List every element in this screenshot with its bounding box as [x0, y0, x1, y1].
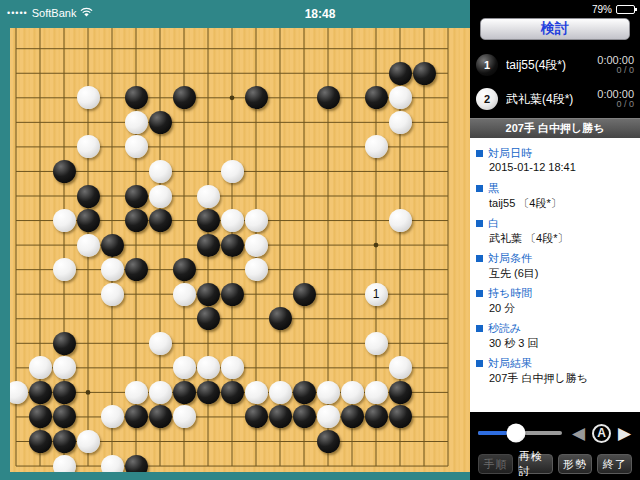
stone-black[interactable] — [389, 381, 412, 404]
stone-white[interactable] — [149, 160, 172, 183]
stone-white[interactable] — [389, 86, 412, 109]
stone-white[interactable] — [389, 356, 412, 379]
stone-white[interactable] — [53, 356, 76, 379]
stone-white[interactable] — [125, 381, 148, 404]
stone-black[interactable] — [245, 86, 268, 109]
black-stone-icon: 1 — [476, 54, 498, 76]
stone-black[interactable] — [125, 258, 148, 281]
stone-black[interactable] — [77, 209, 100, 232]
bullet-icon — [476, 150, 483, 157]
stone-white[interactable] — [101, 283, 124, 306]
app-screen: 1 ••••• SoftBank 18:48 79% — [0, 0, 640, 480]
stone-white[interactable] — [245, 234, 268, 257]
stone-white[interactable] — [29, 356, 52, 379]
stone-white[interactable] — [53, 258, 76, 281]
stone-black[interactable] — [125, 405, 148, 428]
stone-black[interactable] — [101, 234, 124, 257]
stone-white[interactable] — [365, 381, 388, 404]
white-stone-icon: 2 — [476, 88, 498, 110]
stone-black[interactable] — [269, 405, 292, 428]
stone-black[interactable] — [149, 405, 172, 428]
bullet-icon — [476, 325, 483, 332]
move-order-button[interactable]: 手順 — [478, 454, 513, 474]
auto-play-icon[interactable]: A — [592, 424, 611, 443]
stone-black[interactable] — [293, 381, 316, 404]
stone-black[interactable] — [293, 283, 316, 306]
stone-white[interactable] — [269, 381, 292, 404]
clock-time: 18:48 — [305, 7, 336, 21]
signal-strength-icon: ••••• — [7, 8, 28, 18]
player-periods: 0 / 0 — [597, 66, 634, 76]
stone-black[interactable] — [317, 86, 340, 109]
info-item-byoyomi: 秒読み 30 秒 3 回 — [476, 320, 634, 352]
stone-black[interactable] — [197, 234, 220, 257]
stone-black[interactable] — [197, 209, 220, 232]
go-board[interactable]: 1 — [10, 28, 470, 472]
stone-black[interactable] — [77, 185, 100, 208]
stone-white[interactable] — [341, 381, 364, 404]
stone-black[interactable] — [53, 332, 76, 355]
stone-white[interactable] — [125, 111, 148, 134]
player-name: 武礼葉(4段*) — [506, 91, 597, 108]
stone-white[interactable] — [221, 209, 244, 232]
info-item-white: 白 武礼葉 〔4段*〕 — [476, 215, 634, 247]
game-info-list: 対局日時 2015-01-12 18:41 黒 taij55 〔4段*〕 白 武… — [470, 138, 640, 412]
stone-black[interactable] — [125, 455, 148, 472]
stone-black[interactable] — [197, 283, 220, 306]
position-eval-button[interactable]: 形勢 — [558, 454, 593, 474]
wifi-icon — [80, 7, 93, 19]
stone-black[interactable] — [197, 307, 220, 330]
stone-white[interactable] — [173, 283, 196, 306]
stone-black[interactable] — [125, 209, 148, 232]
slider-thumb[interactable] — [506, 424, 525, 443]
stone-white[interactable] — [245, 209, 268, 232]
stone-black[interactable] — [29, 381, 52, 404]
bullet-icon — [476, 360, 483, 367]
stone-white[interactable] — [77, 86, 100, 109]
stone-black[interactable] — [29, 430, 52, 453]
board-region: 1 ••••• SoftBank 18:48 — [0, 0, 470, 480]
stone-black[interactable] — [245, 405, 268, 428]
stone-white[interactable] — [389, 111, 412, 134]
stone-black[interactable] — [221, 283, 244, 306]
status-bar: ••••• SoftBank 18:48 — [0, 0, 470, 28]
stone-white[interactable] — [221, 160, 244, 183]
stone-white[interactable] — [77, 135, 100, 158]
stone-black[interactable] — [269, 307, 292, 330]
stone-white[interactable] — [149, 381, 172, 404]
stone-black[interactable] — [293, 405, 316, 428]
stone-black[interactable] — [173, 258, 196, 281]
info-item-main-time: 持ち時間 20 分 — [476, 285, 634, 317]
stone-white[interactable] — [149, 332, 172, 355]
panel-status-bar: 79% — [470, 0, 640, 16]
stone-white[interactable] — [53, 209, 76, 232]
stone-black[interactable] — [53, 381, 76, 404]
stone-white[interactable] — [245, 258, 268, 281]
game-result-header: 207手 白中押し勝ち — [470, 118, 640, 138]
stone-black[interactable] — [221, 381, 244, 404]
stone-white[interactable] — [317, 381, 340, 404]
stone-black[interactable] — [53, 160, 76, 183]
next-move-icon[interactable]: ▶ — [618, 425, 631, 442]
stone-white[interactable] — [125, 135, 148, 158]
stone-black[interactable] — [221, 234, 244, 257]
carrier-label: SoftBank — [32, 7, 77, 19]
stone-black[interactable] — [389, 405, 412, 428]
info-item-conditions: 対局条件 互先 (6目) — [476, 250, 634, 282]
move-number-label: 1 — [365, 283, 388, 306]
stone-black[interactable] — [341, 405, 364, 428]
player-periods: 0 / 0 — [597, 100, 634, 110]
stone-black[interactable] — [197, 381, 220, 404]
move-slider[interactable] — [478, 431, 562, 435]
stone-white[interactable] — [101, 405, 124, 428]
stone-white[interactable] — [245, 381, 268, 404]
info-item-result: 対局結果 207手 白中押し勝ち — [476, 355, 634, 387]
stone-white[interactable] — [53, 455, 76, 472]
stone-black[interactable] — [149, 111, 172, 134]
player-list: 1 taij55(4段*) 0:00:00 0 / 0 2 武礼葉(4段*) 0… — [470, 44, 640, 118]
stone-white[interactable] — [365, 332, 388, 355]
stone-white[interactable] — [221, 356, 244, 379]
bullet-icon — [476, 220, 483, 227]
stone-black[interactable] — [173, 86, 196, 109]
bullet-icon — [476, 255, 483, 262]
end-button[interactable]: 終了 — [597, 454, 632, 474]
stone-black[interactable] — [389, 62, 412, 85]
previous-move-icon[interactable]: ◀ — [572, 425, 585, 442]
stone-white[interactable] — [173, 356, 196, 379]
info-item-black: 黒 taij55 〔4段*〕 — [476, 180, 634, 212]
stone-black[interactable] — [53, 405, 76, 428]
stone-white[interactable] — [101, 455, 124, 472]
stone-white[interactable] — [101, 258, 124, 281]
player-row-black[interactable]: 1 taij55(4段*) 0:00:00 0 / 0 — [476, 48, 634, 82]
stone-white[interactable] — [197, 185, 220, 208]
stone-black[interactable] — [365, 405, 388, 428]
info-item-date: 対局日時 2015-01-12 18:41 — [476, 145, 634, 177]
stone-white[interactable] — [77, 430, 100, 453]
stone-black[interactable] — [173, 381, 196, 404]
stone-black[interactable] — [125, 86, 148, 109]
bullet-icon — [476, 185, 483, 192]
stone-white[interactable] — [197, 356, 220, 379]
stone-black[interactable] — [53, 430, 76, 453]
stone-white[interactable] — [77, 234, 100, 257]
player-row-white[interactable]: 2 武礼葉(4段*) 0:00:00 0 / 0 — [476, 82, 634, 116]
battery-icon — [616, 5, 635, 14]
review-panel: 79% 検討 1 taij55(4段*) 0:00:00 0 / 0 2 武礼葉… — [470, 0, 640, 480]
stone-white[interactable] — [365, 135, 388, 158]
stone-black[interactable] — [413, 62, 436, 85]
stone-white[interactable] — [389, 209, 412, 232]
playback-controls: ◀ A ▶ 手順 再検討 形勢 終了 — [470, 412, 640, 480]
stone-black[interactable] — [125, 185, 148, 208]
stone-white[interactable] — [149, 185, 172, 208]
stone-white[interactable] — [173, 405, 196, 428]
battery-percent: 79% — [592, 4, 612, 15]
re-review-button[interactable]: 再検討 — [518, 454, 553, 474]
stone-black[interactable] — [365, 86, 388, 109]
stone-white[interactable]: 1 — [365, 283, 388, 306]
review-mode-button[interactable]: 検討 — [480, 18, 630, 40]
bullet-icon — [476, 290, 483, 297]
player-name: taij55(4段*) — [506, 57, 597, 74]
stone-black[interactable] — [317, 430, 340, 453]
stone-white[interactable] — [317, 405, 340, 428]
stone-black[interactable] — [149, 209, 172, 232]
stone-black[interactable] — [29, 405, 52, 428]
